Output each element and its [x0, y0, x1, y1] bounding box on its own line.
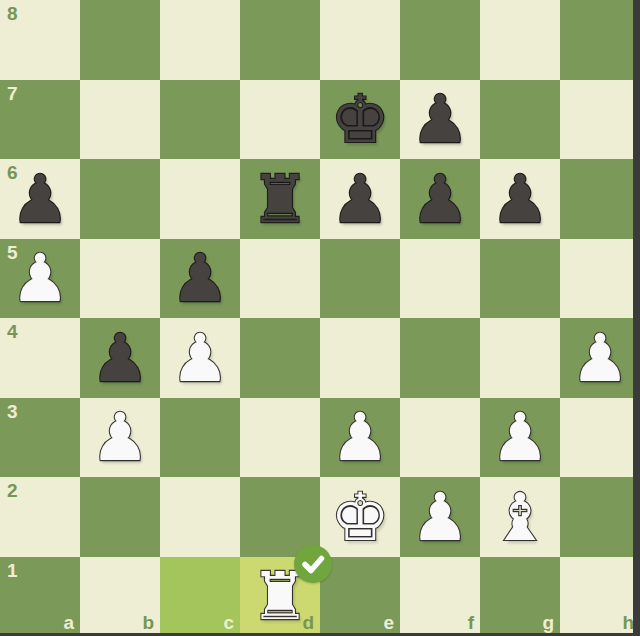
square-h4[interactable]: ♟	[560, 318, 640, 398]
square-g3[interactable]: ♟	[480, 398, 560, 478]
square-g7[interactable]	[480, 80, 560, 160]
file-label-f: f	[468, 613, 474, 632]
square-d4[interactable]	[240, 318, 320, 398]
square-c3[interactable]	[160, 398, 240, 478]
piece-white-pawn-b3[interactable]: ♟	[90, 405, 149, 471]
piece-black-pawn-c5[interactable]: ♟	[170, 246, 229, 312]
square-b8[interactable]	[80, 0, 160, 80]
square-h6[interactable]	[560, 159, 640, 239]
square-g6[interactable]: ♟	[480, 159, 560, 239]
square-b6[interactable]	[80, 159, 160, 239]
square-d8[interactable]	[240, 0, 320, 80]
rank-label-4: 4	[7, 322, 18, 341]
square-c8[interactable]	[160, 0, 240, 80]
chess-board: 87♚♟6♟♜♟♟♟5♟♟4♟♟♟3♟♟♟2♚♟♝1abcd♜efgh	[0, 0, 640, 636]
square-a1[interactable]: 1a	[0, 557, 80, 636]
square-e2[interactable]: ♚	[320, 477, 400, 557]
square-g1[interactable]: g	[480, 557, 560, 636]
correct-move-badge	[294, 545, 332, 583]
piece-white-pawn-f2[interactable]: ♟	[410, 485, 469, 551]
file-label-a: a	[63, 613, 74, 632]
square-b5[interactable]	[80, 239, 160, 319]
rank-label-2: 2	[7, 481, 18, 500]
piece-white-pawn-h4[interactable]: ♟	[570, 326, 629, 392]
square-b7[interactable]	[80, 80, 160, 160]
square-e7[interactable]: ♚	[320, 80, 400, 160]
square-e4[interactable]	[320, 318, 400, 398]
square-b3[interactable]: ♟	[80, 398, 160, 478]
square-f8[interactable]	[400, 0, 480, 80]
square-a6[interactable]: 6♟	[0, 159, 80, 239]
piece-white-pawn-e3[interactable]: ♟	[330, 405, 389, 471]
square-e1[interactable]: e	[320, 557, 400, 636]
file-label-b: b	[142, 613, 154, 632]
square-c7[interactable]	[160, 80, 240, 160]
rank-label-1: 1	[7, 561, 18, 580]
square-b1[interactable]: b	[80, 557, 160, 636]
rank-label-7: 7	[7, 84, 18, 103]
piece-white-bishop-g2[interactable]: ♝	[490, 485, 549, 551]
square-a7[interactable]: 7	[0, 80, 80, 160]
piece-black-pawn-b4[interactable]: ♟	[90, 326, 149, 392]
square-e5[interactable]	[320, 239, 400, 319]
square-d5[interactable]	[240, 239, 320, 319]
piece-black-pawn-g6[interactable]: ♟	[490, 167, 549, 233]
piece-black-pawn-a6[interactable]: ♟	[10, 167, 69, 233]
square-g8[interactable]	[480, 0, 560, 80]
square-a5[interactable]: 5♟	[0, 239, 80, 319]
piece-black-pawn-f6[interactable]: ♟	[410, 167, 469, 233]
square-h8[interactable]	[560, 0, 640, 80]
square-f5[interactable]	[400, 239, 480, 319]
square-d6[interactable]: ♜	[240, 159, 320, 239]
piece-black-pawn-f7[interactable]: ♟	[410, 87, 469, 153]
square-c2[interactable]	[160, 477, 240, 557]
rank-label-3: 3	[7, 402, 18, 421]
file-label-g: g	[542, 613, 554, 632]
square-b2[interactable]	[80, 477, 160, 557]
square-f2[interactable]: ♟	[400, 477, 480, 557]
square-a4[interactable]: 4	[0, 318, 80, 398]
square-g5[interactable]	[480, 239, 560, 319]
piece-white-king-e2[interactable]: ♚	[330, 485, 389, 551]
square-f3[interactable]	[400, 398, 480, 478]
piece-white-pawn-c4[interactable]: ♟	[170, 326, 229, 392]
square-c1[interactable]: c	[160, 557, 240, 636]
square-h5[interactable]	[560, 239, 640, 319]
square-c6[interactable]	[160, 159, 240, 239]
square-f7[interactable]: ♟	[400, 80, 480, 160]
piece-black-king-e7[interactable]: ♚	[330, 87, 389, 153]
file-label-c: c	[223, 613, 234, 632]
square-f1[interactable]: f	[400, 557, 480, 636]
square-a8[interactable]: 8	[0, 0, 80, 80]
square-c5[interactable]: ♟	[160, 239, 240, 319]
square-c4[interactable]: ♟	[160, 318, 240, 398]
square-h3[interactable]	[560, 398, 640, 478]
square-e8[interactable]	[320, 0, 400, 80]
file-label-e: e	[383, 613, 394, 632]
piece-black-pawn-e6[interactable]: ♟	[330, 167, 389, 233]
window-edge-right	[633, 0, 640, 636]
square-d3[interactable]	[240, 398, 320, 478]
square-a2[interactable]: 2	[0, 477, 80, 557]
square-d7[interactable]	[240, 80, 320, 160]
square-f4[interactable]	[400, 318, 480, 398]
piece-black-rook-d6[interactable]: ♜	[250, 167, 309, 233]
square-g4[interactable]	[480, 318, 560, 398]
chess-app-window: 87♚♟6♟♜♟♟♟5♟♟4♟♟♟3♟♟♟2♚♟♝1abcd♜efgh	[0, 0, 640, 636]
rank-label-8: 8	[7, 4, 18, 23]
square-f6[interactable]: ♟	[400, 159, 480, 239]
piece-white-pawn-g3[interactable]: ♟	[490, 405, 549, 471]
square-e6[interactable]: ♟	[320, 159, 400, 239]
piece-white-pawn-a5[interactable]: ♟	[10, 246, 69, 312]
square-a3[interactable]: 3	[0, 398, 80, 478]
checkmark-icon	[294, 545, 332, 583]
square-h2[interactable]	[560, 477, 640, 557]
square-g2[interactable]: ♝	[480, 477, 560, 557]
square-b4[interactable]: ♟	[80, 318, 160, 398]
square-h1[interactable]: h	[560, 557, 640, 636]
square-h7[interactable]	[560, 80, 640, 160]
square-e3[interactable]: ♟	[320, 398, 400, 478]
